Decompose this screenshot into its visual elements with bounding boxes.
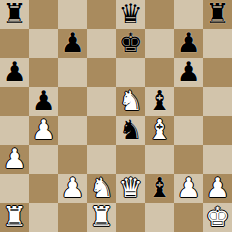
square-f5[interactable]: ♝: [145, 87, 174, 116]
white-knight-d2[interactable]: ♞: [89, 174, 113, 201]
black-knight-e4[interactable]: ♞: [118, 116, 142, 143]
square-a3[interactable]: ♟: [0, 145, 29, 174]
square-a4[interactable]: [0, 116, 29, 145]
square-f8[interactable]: [145, 0, 174, 29]
square-c3[interactable]: [58, 145, 87, 174]
square-c4[interactable]: [58, 116, 87, 145]
square-a7[interactable]: [0, 29, 29, 58]
black-rook-a8[interactable]: ♜: [2, 0, 26, 27]
square-c8[interactable]: [58, 0, 87, 29]
square-b8[interactable]: [29, 0, 58, 29]
square-b3[interactable]: [29, 145, 58, 174]
square-c2[interactable]: ♟: [58, 174, 87, 203]
square-c5[interactable]: [58, 87, 87, 116]
white-bishop-f4[interactable]: ♝: [147, 116, 171, 143]
square-d3[interactable]: [87, 145, 116, 174]
square-d1[interactable]: ♜: [87, 203, 116, 232]
square-c7[interactable]: ♟: [58, 29, 87, 58]
chess-board: ♜♛♜♟♚♟♟♟♟♞♝♟♞♝♟♟♞♛♝♟♟♜♜♚: [0, 0, 232, 232]
white-pawn-c2[interactable]: ♟: [60, 174, 84, 201]
square-a2[interactable]: [0, 174, 29, 203]
square-a6[interactable]: ♟: [0, 58, 29, 87]
square-b7[interactable]: [29, 29, 58, 58]
white-queen-e2[interactable]: ♛: [118, 174, 142, 201]
white-knight-e5[interactable]: ♞: [118, 87, 142, 114]
square-g4[interactable]: [174, 116, 203, 145]
square-g2[interactable]: ♟: [174, 174, 203, 203]
black-bishop-f2[interactable]: ♝: [147, 174, 171, 201]
square-e4[interactable]: ♞: [116, 116, 145, 145]
white-pawn-a3[interactable]: ♟: [2, 145, 26, 172]
square-h3[interactable]: [203, 145, 232, 174]
white-king-h1[interactable]: ♚: [205, 203, 229, 230]
square-a1[interactable]: ♜: [0, 203, 29, 232]
black-bishop-f5[interactable]: ♝: [147, 87, 171, 114]
black-pawn-g6[interactable]: ♟: [176, 58, 200, 85]
square-e7[interactable]: ♚: [116, 29, 145, 58]
square-e5[interactable]: ♞: [116, 87, 145, 116]
square-a5[interactable]: [0, 87, 29, 116]
square-d5[interactable]: [87, 87, 116, 116]
square-c1[interactable]: [58, 203, 87, 232]
square-d8[interactable]: [87, 0, 116, 29]
square-b1[interactable]: [29, 203, 58, 232]
square-c6[interactable]: [58, 58, 87, 87]
square-e2[interactable]: ♛: [116, 174, 145, 203]
square-e8[interactable]: ♛: [116, 0, 145, 29]
square-h1[interactable]: ♚: [203, 203, 232, 232]
square-f4[interactable]: ♝: [145, 116, 174, 145]
white-pawn-b4[interactable]: ♟: [31, 116, 55, 143]
square-h2[interactable]: ♟: [203, 174, 232, 203]
square-b2[interactable]: [29, 174, 58, 203]
square-g7[interactable]: ♟: [174, 29, 203, 58]
square-d2[interactable]: ♞: [87, 174, 116, 203]
black-queen-e8[interactable]: ♛: [118, 0, 142, 27]
black-rook-h8[interactable]: ♜: [205, 0, 229, 27]
square-b5[interactable]: ♟: [29, 87, 58, 116]
white-pawn-h2[interactable]: ♟: [205, 174, 229, 201]
square-f3[interactable]: [145, 145, 174, 174]
black-pawn-c7[interactable]: ♟: [60, 29, 84, 56]
square-g3[interactable]: [174, 145, 203, 174]
black-king-e7[interactable]: ♚: [118, 29, 142, 56]
square-b6[interactable]: [29, 58, 58, 87]
square-e1[interactable]: [116, 203, 145, 232]
square-h5[interactable]: [203, 87, 232, 116]
square-f1[interactable]: [145, 203, 174, 232]
white-pawn-g2[interactable]: ♟: [176, 174, 200, 201]
square-f6[interactable]: [145, 58, 174, 87]
square-f2[interactable]: ♝: [145, 174, 174, 203]
black-pawn-g7[interactable]: ♟: [176, 29, 200, 56]
square-h4[interactable]: [203, 116, 232, 145]
square-h8[interactable]: ♜: [203, 0, 232, 29]
square-d7[interactable]: [87, 29, 116, 58]
square-h6[interactable]: [203, 58, 232, 87]
square-g1[interactable]: [174, 203, 203, 232]
white-rook-d1[interactable]: ♜: [89, 203, 113, 230]
square-g5[interactable]: [174, 87, 203, 116]
square-g8[interactable]: [174, 0, 203, 29]
square-d6[interactable]: [87, 58, 116, 87]
square-a8[interactable]: ♜: [0, 0, 29, 29]
square-h7[interactable]: [203, 29, 232, 58]
square-g6[interactable]: ♟: [174, 58, 203, 87]
white-rook-a1[interactable]: ♜: [2, 203, 26, 230]
square-e3[interactable]: [116, 145, 145, 174]
square-d4[interactable]: [87, 116, 116, 145]
square-e6[interactable]: [116, 58, 145, 87]
black-pawn-a6[interactable]: ♟: [2, 58, 26, 85]
square-b4[interactable]: ♟: [29, 116, 58, 145]
black-pawn-b5[interactable]: ♟: [31, 87, 55, 114]
square-f7[interactable]: [145, 29, 174, 58]
